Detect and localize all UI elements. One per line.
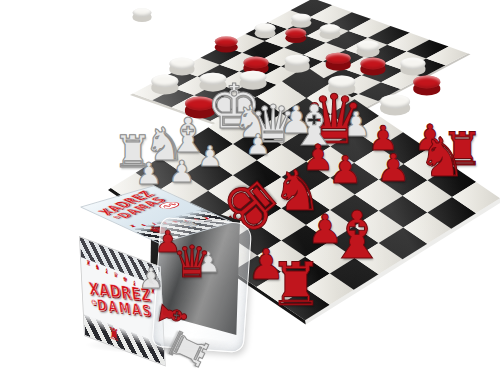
checker-disc-white[interactable] <box>380 95 410 116</box>
box-title-joiner: e <box>109 214 121 219</box>
white-pawn[interactable]: ♟ <box>136 159 163 189</box>
box-side-title-joiner: e <box>90 296 96 307</box>
box-shadow <box>85 336 235 354</box>
white-pawn[interactable]: ♟ <box>138 265 163 293</box>
checker-disc-white[interactable] <box>320 24 341 39</box>
red-bishop[interactable]: ♝ <box>327 203 386 269</box>
red-bishop-fallen[interactable]: ♝ <box>152 296 193 334</box>
checker-disc-red[interactable] <box>413 76 440 96</box>
box-side-title: XADREZ eDAMAS <box>88 281 154 319</box>
box-side-art-strip <box>80 237 161 287</box>
checker-disc-white[interactable] <box>255 23 276 38</box>
checker-disc-white[interactable] <box>169 57 194 75</box>
checker-disc-red[interactable] <box>360 57 385 75</box>
box-side-title-word2: DAMAS <box>96 295 154 320</box>
box-side-art-checkerboard <box>84 314 165 366</box>
red-knight[interactable]: ♞ <box>418 131 466 185</box>
box-side-piece-icons: ♜ ♞ ♝ ♛ ♚ ♝ ♞ ♜ <box>86 258 157 297</box>
red-rook[interactable]: ♜ <box>269 254 323 314</box>
product-photo-scene: ♜♟♞♟♝♟♚♞♟♛♟♝♟♚♛♟♟♟♟♟♞♜♞♟♝♟♜ ♚ ♛ XADREZ e… <box>0 0 500 374</box>
checker-disc-white[interactable] <box>357 40 380 57</box>
white-pawn[interactable]: ♟ <box>197 143 222 171</box>
checker-disc-white[interactable] <box>400 57 425 75</box>
checker-disc-red[interactable] <box>285 28 306 43</box>
checker-disc-red[interactable] <box>215 37 238 53</box>
checker-disc-red[interactable] <box>326 53 351 71</box>
box-side-title-word1: XADREZ <box>88 281 152 304</box>
checker-disc-white[interactable] <box>133 8 152 22</box>
box-side-face: ♜ ♞ ♝ ♛ ♚ ♝ ♞ ♜ XADREZ eDAMAS ♜ <box>79 236 166 367</box>
box-side-art-red-rook-icon: ♜ <box>108 325 120 345</box>
checker-disc-white[interactable] <box>291 14 311 28</box>
checker-disc-white[interactable] <box>151 75 178 95</box>
red-pawn[interactable]: ♟ <box>328 151 362 189</box>
checker-disc-white[interactable] <box>285 55 310 73</box>
white-rook-fallen[interactable]: ♜ <box>160 322 217 374</box>
red-pawn[interactable]: ♟ <box>376 149 410 187</box>
white-pawn[interactable]: ♟ <box>245 131 270 159</box>
white-pawn[interactable]: ♟ <box>169 157 196 187</box>
